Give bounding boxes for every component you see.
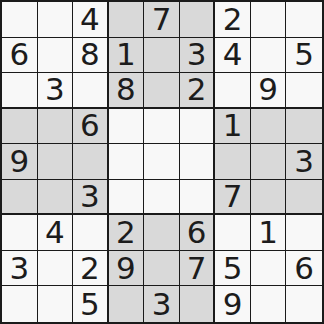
cell-r6c2-empty[interactable] bbox=[38, 180, 74, 216]
cell-r3c5-empty[interactable] bbox=[144, 73, 180, 109]
cell-r5c8-empty[interactable] bbox=[251, 144, 287, 180]
cell-r6c9-empty[interactable] bbox=[286, 180, 322, 216]
cell-r6c8-empty[interactable] bbox=[251, 180, 287, 216]
cell-r3c7-empty[interactable] bbox=[215, 73, 251, 109]
cell-r5c3-empty[interactable] bbox=[73, 144, 109, 180]
cell-r4c9-empty[interactable] bbox=[286, 109, 322, 145]
cell-r2c9-given-5[interactable]: 5 bbox=[286, 38, 322, 74]
cell-r1c6-empty[interactable] bbox=[180, 2, 216, 38]
cell-r4c2-empty[interactable] bbox=[38, 109, 74, 145]
cell-r2c4-given-1[interactable]: 1 bbox=[109, 38, 145, 74]
cell-r4c3-given-6[interactable]: 6 bbox=[73, 109, 109, 145]
cell-r5c7-empty[interactable] bbox=[215, 144, 251, 180]
cell-r4c1-empty[interactable] bbox=[2, 109, 38, 145]
cell-r7c3-empty[interactable] bbox=[73, 215, 109, 251]
cell-r8c1-given-3[interactable]: 3 bbox=[2, 251, 38, 287]
cell-r9c2-empty[interactable] bbox=[38, 286, 74, 322]
cell-r9c8-empty[interactable] bbox=[251, 286, 287, 322]
cell-r3c9-empty[interactable] bbox=[286, 73, 322, 109]
cell-r3c8-given-9[interactable]: 9 bbox=[251, 73, 287, 109]
cell-r7c4-given-2[interactable]: 2 bbox=[109, 215, 145, 251]
cell-r2c7-given-4[interactable]: 4 bbox=[215, 38, 251, 74]
cell-r1c8-empty[interactable] bbox=[251, 2, 287, 38]
cell-r7c1-empty[interactable] bbox=[2, 215, 38, 251]
cell-r7c6-given-6[interactable]: 6 bbox=[180, 215, 216, 251]
cell-r1c3-given-4[interactable]: 4 bbox=[73, 2, 109, 38]
cell-r8c7-given-5[interactable]: 5 bbox=[215, 251, 251, 287]
cell-r6c4-empty[interactable] bbox=[109, 180, 145, 216]
cell-r3c2-given-3[interactable]: 3 bbox=[38, 73, 74, 109]
cell-r5c4-empty[interactable] bbox=[109, 144, 145, 180]
cell-r6c5-empty[interactable] bbox=[144, 180, 180, 216]
cell-r9c1-empty[interactable] bbox=[2, 286, 38, 322]
cell-r5c9-given-3[interactable]: 3 bbox=[286, 144, 322, 180]
cell-r2c6-given-3[interactable]: 3 bbox=[180, 38, 216, 74]
cell-r6c7-given-7[interactable]: 7 bbox=[215, 180, 251, 216]
cell-r8c8-empty[interactable] bbox=[251, 251, 287, 287]
sudoku-board: 47268134538296193374261329756539 bbox=[0, 0, 324, 324]
cell-r2c2-empty[interactable] bbox=[38, 38, 74, 74]
cell-r3c6-given-2[interactable]: 2 bbox=[180, 73, 216, 109]
cell-r6c3-given-3[interactable]: 3 bbox=[73, 180, 109, 216]
cell-r8c9-given-6[interactable]: 6 bbox=[286, 251, 322, 287]
cell-r7c8-given-1[interactable]: 1 bbox=[251, 215, 287, 251]
cell-r6c1-empty[interactable] bbox=[2, 180, 38, 216]
cell-r2c1-given-6[interactable]: 6 bbox=[2, 38, 38, 74]
cell-r1c9-empty[interactable] bbox=[286, 2, 322, 38]
cell-r9c7-given-9[interactable]: 9 bbox=[215, 286, 251, 322]
cell-r7c5-empty[interactable] bbox=[144, 215, 180, 251]
cell-r2c3-given-8[interactable]: 8 bbox=[73, 38, 109, 74]
cell-r9c9-empty[interactable] bbox=[286, 286, 322, 322]
cell-r1c5-given-7[interactable]: 7 bbox=[144, 2, 180, 38]
cell-r9c6-empty[interactable] bbox=[180, 286, 216, 322]
cell-r2c8-empty[interactable] bbox=[251, 38, 287, 74]
cell-r7c2-given-4[interactable]: 4 bbox=[38, 215, 74, 251]
cell-r1c2-empty[interactable] bbox=[38, 2, 74, 38]
cell-r9c3-given-5[interactable]: 5 bbox=[73, 286, 109, 322]
cell-r5c5-empty[interactable] bbox=[144, 144, 180, 180]
cell-r8c2-empty[interactable] bbox=[38, 251, 74, 287]
cell-r3c3-empty[interactable] bbox=[73, 73, 109, 109]
cell-r4c5-empty[interactable] bbox=[144, 109, 180, 145]
cell-r9c5-given-3[interactable]: 3 bbox=[144, 286, 180, 322]
cell-r5c6-empty[interactable] bbox=[180, 144, 216, 180]
cell-r5c1-given-9[interactable]: 9 bbox=[2, 144, 38, 180]
cell-r6c6-empty[interactable] bbox=[180, 180, 216, 216]
cell-r4c4-empty[interactable] bbox=[109, 109, 145, 145]
cell-r3c4-given-8[interactable]: 8 bbox=[109, 73, 145, 109]
cell-r1c4-empty[interactable] bbox=[109, 2, 145, 38]
cell-r3c1-empty[interactable] bbox=[2, 73, 38, 109]
cell-r4c8-empty[interactable] bbox=[251, 109, 287, 145]
cell-r7c7-empty[interactable] bbox=[215, 215, 251, 251]
cell-r1c1-empty[interactable] bbox=[2, 2, 38, 38]
cell-r7c9-empty[interactable] bbox=[286, 215, 322, 251]
cell-r8c5-empty[interactable] bbox=[144, 251, 180, 287]
cell-r4c6-empty[interactable] bbox=[180, 109, 216, 145]
cell-r5c2-empty[interactable] bbox=[38, 144, 74, 180]
cell-r2c5-empty[interactable] bbox=[144, 38, 180, 74]
cell-r9c4-empty[interactable] bbox=[109, 286, 145, 322]
cell-r4c7-given-1[interactable]: 1 bbox=[215, 109, 251, 145]
cell-r8c6-given-7[interactable]: 7 bbox=[180, 251, 216, 287]
cell-r8c4-given-9[interactable]: 9 bbox=[109, 251, 145, 287]
cell-r8c3-given-2[interactable]: 2 bbox=[73, 251, 109, 287]
cell-r1c7-given-2[interactable]: 2 bbox=[215, 2, 251, 38]
